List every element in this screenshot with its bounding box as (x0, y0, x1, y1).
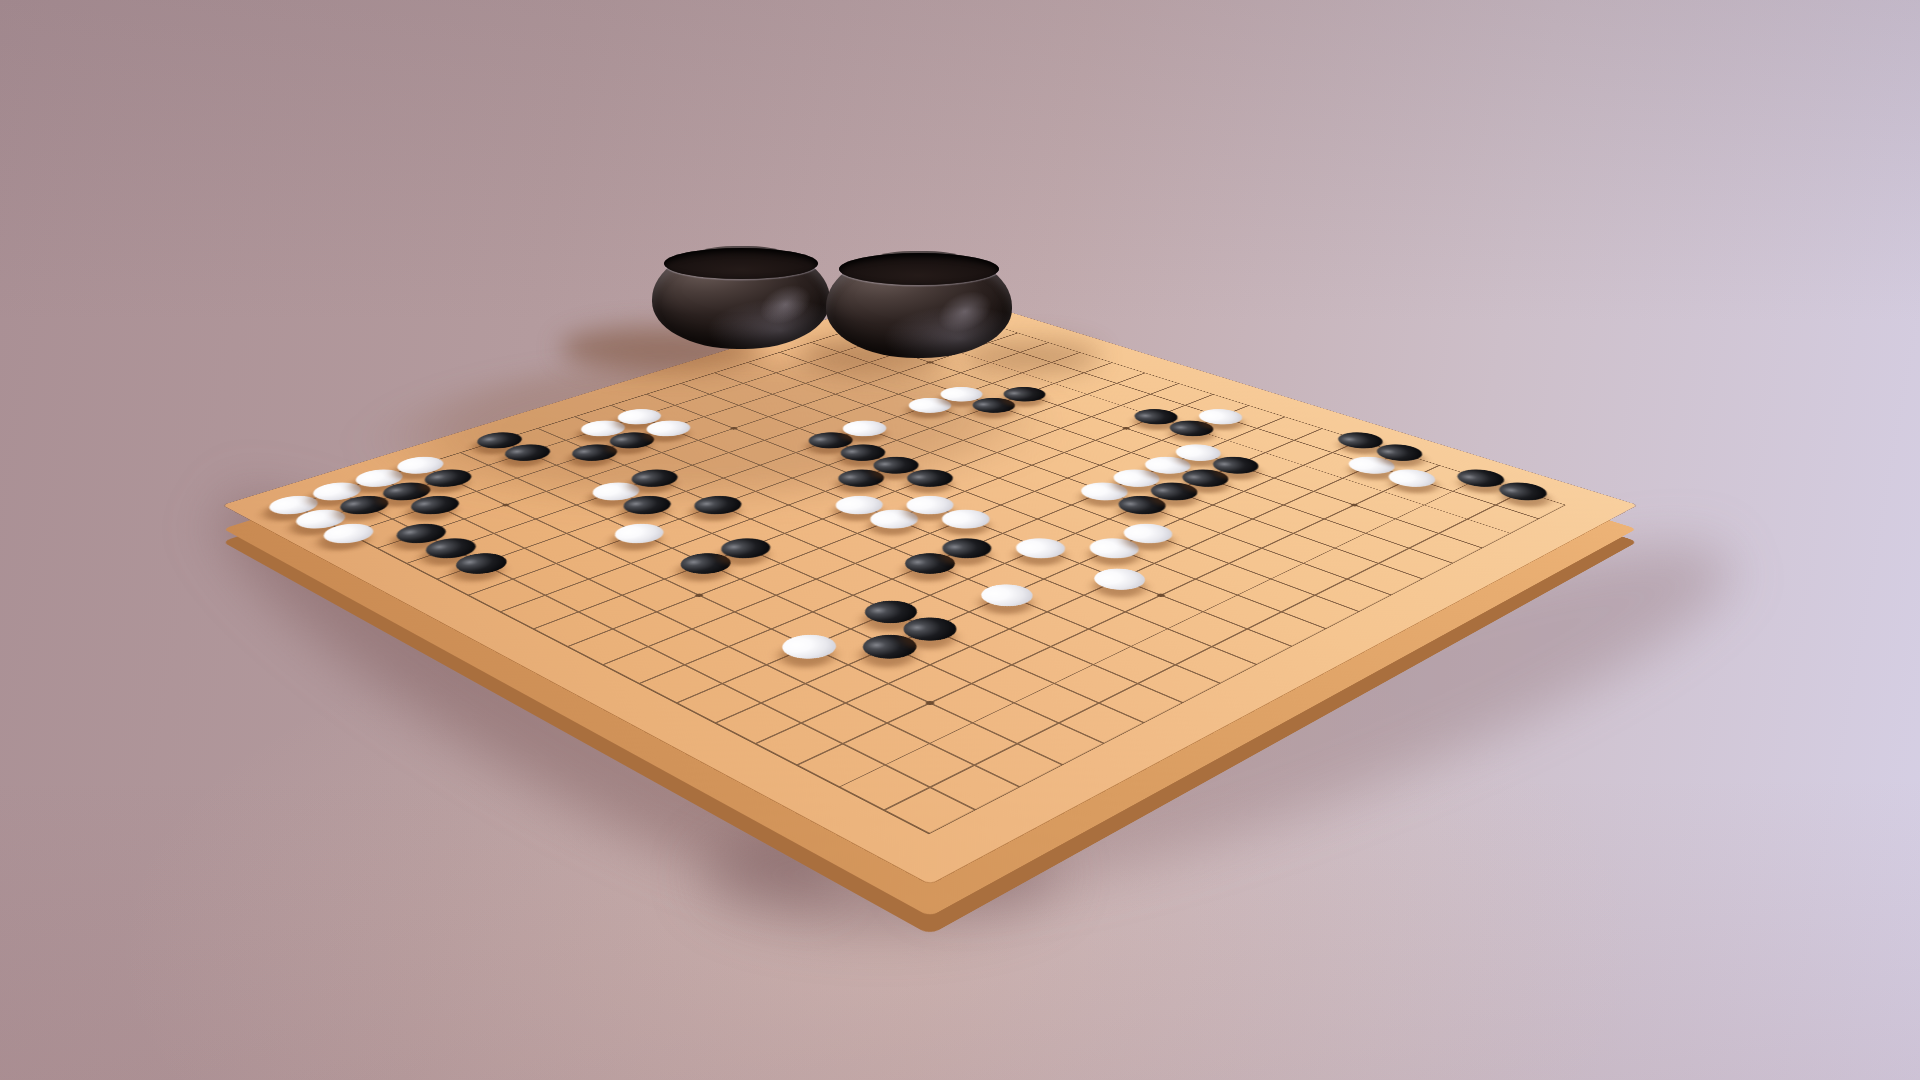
black-stone-bowl-right (826, 251, 1012, 358)
black-stone[interactable] (670, 549, 740, 578)
black-stone[interactable] (684, 492, 750, 518)
white-stone[interactable] (1006, 534, 1075, 562)
white-stone[interactable] (1079, 534, 1148, 562)
white-stone[interactable] (860, 506, 927, 533)
hoshi-point (1349, 503, 1359, 507)
hoshi-point (924, 700, 936, 706)
black-stone[interactable] (446, 549, 516, 578)
black-stone[interactable] (387, 520, 455, 547)
hoshi-point (500, 503, 510, 507)
black-stone[interactable] (851, 630, 927, 664)
white-stone[interactable] (605, 520, 673, 547)
white-stone[interactable] (1114, 520, 1182, 547)
black-stone[interactable] (894, 549, 964, 578)
white-stone[interactable] (896, 492, 962, 518)
white-stone[interactable] (1084, 564, 1155, 594)
white-stone[interactable] (771, 630, 847, 664)
go-grid[interactable] (292, 305, 1566, 834)
black-stone[interactable] (711, 534, 780, 562)
white-stone[interactable] (314, 520, 382, 547)
black-stone-bowl-left (652, 246, 830, 349)
hoshi-point (729, 427, 738, 430)
perspective-scene (0, 0, 1920, 1080)
scene (0, 0, 1920, 1080)
black-stone[interactable] (854, 596, 927, 628)
hoshi-point (1155, 593, 1166, 598)
hoshi-point (1121, 427, 1130, 430)
go-board[interactable] (223, 288, 1637, 884)
black-stone[interactable] (416, 534, 485, 562)
white-stone[interactable] (970, 580, 1042, 611)
black-stone[interactable] (932, 534, 1001, 562)
white-stone[interactable] (287, 506, 354, 533)
black-stone[interactable] (892, 613, 967, 646)
white-stone[interactable] (932, 506, 999, 533)
hoshi-point (693, 593, 704, 598)
white-stone[interactable] (826, 492, 892, 518)
